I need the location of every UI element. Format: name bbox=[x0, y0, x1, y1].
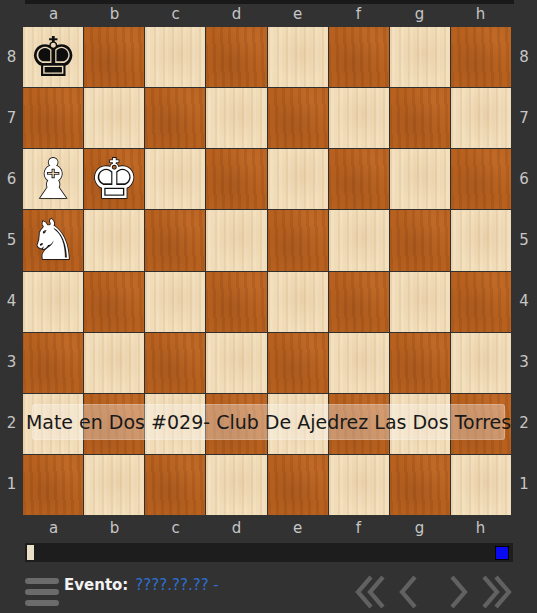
file-label-bottom-h: h bbox=[450, 516, 511, 540]
square-f6[interactable] bbox=[329, 149, 389, 209]
file-label-bottom-b: b bbox=[84, 516, 145, 540]
first-move-button[interactable] bbox=[351, 573, 389, 611]
rank-label-right-2: 2 bbox=[511, 393, 537, 454]
square-g3[interactable] bbox=[390, 333, 450, 393]
square-g5[interactable] bbox=[390, 210, 450, 270]
rank-label-right-8: 8 bbox=[511, 27, 537, 88]
file-label-bottom-a: a bbox=[23, 516, 84, 540]
square-h6[interactable] bbox=[451, 149, 511, 209]
seek-bar-thumb[interactable] bbox=[27, 545, 34, 560]
file-label-bottom-f: f bbox=[328, 516, 389, 540]
rank-label-right-1: 1 bbox=[511, 454, 537, 515]
event-label: Evento: bbox=[64, 576, 128, 594]
square-f1[interactable] bbox=[329, 455, 389, 515]
square-h8[interactable] bbox=[451, 27, 511, 87]
nav-controls bbox=[351, 572, 516, 612]
file-label-top-c: c bbox=[145, 3, 206, 25]
square-h4[interactable] bbox=[451, 272, 511, 332]
rank-label-left-3: 3 bbox=[0, 332, 23, 393]
side-indicator-square bbox=[495, 546, 509, 560]
square-e7[interactable] bbox=[268, 88, 328, 148]
file-label-top-e: e bbox=[267, 3, 328, 25]
square-e8[interactable] bbox=[268, 27, 328, 87]
square-g4[interactable] bbox=[390, 272, 450, 332]
white-king[interactable]: ♚ bbox=[84, 149, 144, 209]
square-h5[interactable] bbox=[451, 210, 511, 270]
square-h1[interactable] bbox=[451, 455, 511, 515]
square-d3[interactable] bbox=[206, 333, 266, 393]
square-a8[interactable]: ♚ bbox=[23, 27, 83, 87]
file-label-top-b: b bbox=[84, 3, 145, 25]
square-a4[interactable] bbox=[23, 272, 83, 332]
square-e5[interactable] bbox=[268, 210, 328, 270]
square-b7[interactable] bbox=[84, 88, 144, 148]
last-move-button[interactable] bbox=[478, 573, 516, 611]
file-label-top-g: g bbox=[389, 3, 450, 25]
rank-label-left-7: 7 bbox=[0, 88, 23, 149]
rank-label-right-7: 7 bbox=[511, 88, 537, 149]
puzzle-banner: Mate en Dos #029- Club De Ajedrez Las Do… bbox=[32, 404, 505, 440]
white-bishop[interactable]: ♝ bbox=[23, 149, 83, 209]
square-h7[interactable] bbox=[451, 88, 511, 148]
event-link[interactable]: ????.??.?? - bbox=[135, 576, 218, 594]
files-top: abcdefgh bbox=[23, 3, 511, 25]
black-king[interactable]: ♚ bbox=[23, 27, 83, 87]
square-d7[interactable] bbox=[206, 88, 266, 148]
square-d4[interactable] bbox=[206, 272, 266, 332]
square-g7[interactable] bbox=[390, 88, 450, 148]
ranks-left: 87654321 bbox=[0, 27, 23, 515]
square-h3[interactable] bbox=[451, 333, 511, 393]
file-label-bottom-e: e bbox=[267, 516, 328, 540]
ranks-right: 87654321 bbox=[511, 27, 537, 515]
double-chevron-left-icon bbox=[351, 573, 389, 611]
square-c4[interactable] bbox=[145, 272, 205, 332]
square-f4[interactable] bbox=[329, 272, 389, 332]
square-e1[interactable] bbox=[268, 455, 328, 515]
square-e6[interactable] bbox=[268, 149, 328, 209]
square-f5[interactable] bbox=[329, 210, 389, 270]
square-a6[interactable]: ♝ bbox=[23, 149, 83, 209]
rank-label-right-3: 3 bbox=[511, 332, 537, 393]
file-label-bottom-c: c bbox=[145, 516, 206, 540]
square-d1[interactable] bbox=[206, 455, 266, 515]
white-knight[interactable]: ♞ bbox=[23, 210, 83, 270]
file-label-top-d: d bbox=[206, 3, 267, 25]
rank-label-right-5: 5 bbox=[511, 210, 537, 271]
move-seek-bar[interactable] bbox=[25, 543, 513, 562]
square-c7[interactable] bbox=[145, 88, 205, 148]
rank-label-right-6: 6 bbox=[511, 149, 537, 210]
chess-board: ♚♝♚♞ Mate en Dos #029- Club De Ajedrez L… bbox=[23, 27, 511, 515]
square-f3[interactable] bbox=[329, 333, 389, 393]
prev-move-button[interactable] bbox=[396, 573, 422, 611]
square-g1[interactable] bbox=[390, 455, 450, 515]
file-label-top-a: a bbox=[23, 3, 84, 25]
double-chevron-right-icon bbox=[478, 573, 516, 611]
rank-label-left-6: 6 bbox=[0, 149, 23, 210]
file-label-bottom-g: g bbox=[389, 516, 450, 540]
square-b5[interactable] bbox=[84, 210, 144, 270]
square-g8[interactable] bbox=[390, 27, 450, 87]
square-b6[interactable]: ♚ bbox=[84, 149, 144, 209]
square-d8[interactable] bbox=[206, 27, 266, 87]
chevron-right-icon bbox=[445, 573, 471, 611]
rank-label-left-4: 4 bbox=[0, 271, 23, 332]
square-b1[interactable] bbox=[84, 455, 144, 515]
square-b8[interactable] bbox=[84, 27, 144, 87]
square-a5[interactable]: ♞ bbox=[23, 210, 83, 270]
square-b3[interactable] bbox=[84, 333, 144, 393]
square-c5[interactable] bbox=[145, 210, 205, 270]
square-f8[interactable] bbox=[329, 27, 389, 87]
square-f7[interactable] bbox=[329, 88, 389, 148]
menu-icon[interactable] bbox=[25, 578, 59, 606]
square-c3[interactable] bbox=[145, 333, 205, 393]
rank-label-left-8: 8 bbox=[0, 27, 23, 88]
square-b4[interactable] bbox=[84, 272, 144, 332]
square-e4[interactable] bbox=[268, 272, 328, 332]
puzzle-banner-text: Mate en Dos #029- Club De Ajedrez Las Do… bbox=[26, 411, 511, 433]
rank-label-left-1: 1 bbox=[0, 454, 23, 515]
chevron-left-icon bbox=[396, 573, 422, 611]
rank-label-right-4: 4 bbox=[511, 271, 537, 332]
event-line: Evento: ????.??.?? - bbox=[64, 575, 219, 595]
square-g6[interactable] bbox=[390, 149, 450, 209]
square-a3[interactable] bbox=[23, 333, 83, 393]
file-label-top-f: f bbox=[328, 3, 389, 25]
square-a1[interactable] bbox=[23, 455, 83, 515]
square-c8[interactable] bbox=[145, 27, 205, 87]
rank-label-left-5: 5 bbox=[0, 210, 23, 271]
square-c6[interactable] bbox=[145, 149, 205, 209]
file-label-top-h: h bbox=[450, 3, 511, 25]
square-d6[interactable] bbox=[206, 149, 266, 209]
rank-label-left-2: 2 bbox=[0, 393, 23, 454]
square-e3[interactable] bbox=[268, 333, 328, 393]
next-move-button[interactable] bbox=[445, 573, 471, 611]
square-c1[interactable] bbox=[145, 455, 205, 515]
square-d5[interactable] bbox=[206, 210, 266, 270]
files-bottom: abcdefgh bbox=[23, 516, 511, 540]
file-label-bottom-d: d bbox=[206, 516, 267, 540]
square-a7[interactable] bbox=[23, 88, 83, 148]
